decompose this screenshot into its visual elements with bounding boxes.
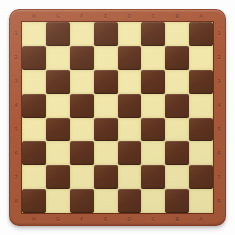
square-f2[interactable] [70,46,94,70]
file-labels-bottom: HGFEDCBA [22,213,213,225]
square-f3[interactable] [70,70,94,94]
file-label-e-top: E [94,10,118,22]
rank-label-7-right: 7 [213,165,225,189]
file-label-c-bottom: C [141,213,165,225]
file-label-h-bottom: H [22,213,46,225]
square-b2[interactable] [165,46,189,70]
square-g1[interactable] [46,22,70,46]
square-h4[interactable] [22,94,46,118]
square-a3[interactable] [189,70,213,94]
square-h3[interactable] [22,70,46,94]
square-e4[interactable] [94,94,118,118]
square-a1[interactable] [189,22,213,46]
square-d8[interactable] [118,189,142,213]
square-f6[interactable] [70,141,94,165]
square-a2[interactable] [189,46,213,70]
square-a8[interactable] [189,189,213,213]
rank-label-6-left: 6 [10,141,22,165]
square-c4[interactable] [141,94,165,118]
rank-label-2-right: 2 [213,46,225,70]
rank-labels-right: 12345678 [213,22,225,213]
rank-label-3-left: 3 [10,70,22,94]
rank-label-4-left: 4 [10,94,22,118]
file-labels-top: HGFEDCBA [22,10,213,22]
square-d2[interactable] [118,46,142,70]
square-a6[interactable] [189,141,213,165]
square-b8[interactable] [165,189,189,213]
file-label-b-top: B [165,10,189,22]
file-label-g-top: G [46,10,70,22]
square-h5[interactable] [22,118,46,142]
square-g7[interactable] [46,165,70,189]
square-e8[interactable] [94,189,118,213]
rank-label-3-right: 3 [213,70,225,94]
square-b7[interactable] [165,165,189,189]
square-d5[interactable] [118,118,142,142]
square-g2[interactable] [46,46,70,70]
square-d1[interactable] [118,22,142,46]
square-b5[interactable] [165,118,189,142]
rank-label-7-left: 7 [10,165,22,189]
file-label-f-top: F [70,10,94,22]
rank-label-8-right: 8 [213,189,225,213]
rank-label-1-right: 1 [213,22,225,46]
rank-label-8-left: 8 [10,189,22,213]
file-label-b-bottom: B [165,213,189,225]
square-c1[interactable] [141,22,165,46]
rank-label-1-left: 1 [10,22,22,46]
square-f7[interactable] [70,165,94,189]
file-label-d-bottom: D [118,213,142,225]
square-g8[interactable] [46,189,70,213]
file-label-c-top: C [141,10,165,22]
rank-label-2-left: 2 [10,46,22,70]
square-h2[interactable] [22,46,46,70]
file-label-d-top: D [118,10,142,22]
rank-label-5-left: 5 [10,118,22,142]
square-g3[interactable] [46,70,70,94]
square-e1[interactable] [94,22,118,46]
square-h8[interactable] [22,189,46,213]
square-c5[interactable] [141,118,165,142]
square-e3[interactable] [94,70,118,94]
square-d7[interactable] [118,165,142,189]
square-d4[interactable] [118,94,142,118]
square-c3[interactable] [141,70,165,94]
square-d6[interactable] [118,141,142,165]
rank-label-6-right: 6 [213,141,225,165]
square-c8[interactable] [141,189,165,213]
file-label-g-bottom: G [46,213,70,225]
file-label-a-bottom: A [189,213,213,225]
square-g4[interactable] [46,94,70,118]
square-a4[interactable] [189,94,213,118]
square-f8[interactable] [70,189,94,213]
square-a7[interactable] [189,165,213,189]
board-squares [22,22,213,213]
square-c6[interactable] [141,141,165,165]
square-e2[interactable] [94,46,118,70]
square-c7[interactable] [141,165,165,189]
square-b1[interactable] [165,22,189,46]
square-h1[interactable] [22,22,46,46]
file-label-e-bottom: E [94,213,118,225]
square-f5[interactable] [70,118,94,142]
rank-label-5-right: 5 [213,118,225,142]
square-b3[interactable] [165,70,189,94]
square-h7[interactable] [22,165,46,189]
square-c2[interactable] [141,46,165,70]
square-b4[interactable] [165,94,189,118]
square-b6[interactable] [165,141,189,165]
square-h6[interactable] [22,141,46,165]
square-a5[interactable] [189,118,213,142]
square-g5[interactable] [46,118,70,142]
rank-labels-left: 12345678 [10,22,22,213]
square-d3[interactable] [118,70,142,94]
chessboard: HGFEDCBA HGFEDCBA 12345678 12345678 [9,9,226,226]
square-e7[interactable] [94,165,118,189]
square-f4[interactable] [70,94,94,118]
square-e6[interactable] [94,141,118,165]
file-label-a-top: A [189,10,213,22]
file-label-h-top: H [22,10,46,22]
square-g6[interactable] [46,141,70,165]
square-e5[interactable] [94,118,118,142]
square-f1[interactable] [70,22,94,46]
file-label-f-bottom: F [70,213,94,225]
product-photo-background: HGFEDCBA HGFEDCBA 12345678 12345678 [0,0,235,235]
rank-label-4-right: 4 [213,94,225,118]
